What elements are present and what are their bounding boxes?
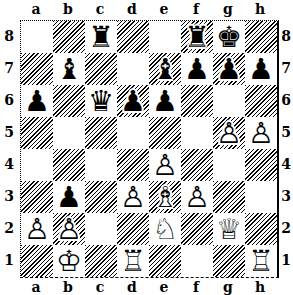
piece-white-pawn-fill: ♟ <box>181 181 213 213</box>
piece-white-pawn-fill: ♟ <box>149 149 181 181</box>
rank-label-6: 6 <box>279 84 293 116</box>
square-a1[interactable] <box>21 245 53 277</box>
square-h7[interactable]: ♟ <box>245 53 277 85</box>
piece-white-bishop-fill: ♝ <box>149 181 181 213</box>
rank-label-1: 1 <box>279 244 293 276</box>
square-g7[interactable]: ♟ <box>213 53 245 85</box>
square-d6[interactable]: ♟ <box>117 85 149 117</box>
rank-label-5: 5 <box>0 116 18 148</box>
file-label-f: f <box>180 278 212 295</box>
square-h5[interactable]: ♟♙ <box>245 117 277 149</box>
square-d8[interactable] <box>117 21 149 53</box>
file-label-g: g <box>212 278 244 295</box>
square-d2[interactable] <box>117 213 149 245</box>
file-label-h: h <box>244 278 276 295</box>
piece-white-pawn: ♙ <box>181 181 213 213</box>
square-c8[interactable]: ♜ <box>85 21 117 53</box>
square-c7[interactable] <box>85 53 117 85</box>
file-label-d: d <box>116 278 148 295</box>
piece-white-king-fill: ♚ <box>53 245 85 277</box>
square-c1[interactable] <box>85 245 117 277</box>
square-d5[interactable] <box>117 117 149 149</box>
square-c3[interactable] <box>85 181 117 213</box>
piece-white-knight-fill: ♞ <box>149 213 181 245</box>
square-a4[interactable] <box>21 149 53 181</box>
piece-white-rook-fill: ♜ <box>245 245 277 277</box>
rank-label-2: 2 <box>279 212 293 244</box>
square-d1[interactable]: ♜♖ <box>117 245 149 277</box>
square-d3[interactable]: ♟♙ <box>117 181 149 213</box>
file-labels-bottom: abcdefgh <box>20 278 276 295</box>
piece-white-pawn-fill: ♟ <box>117 181 149 213</box>
square-g6[interactable] <box>213 85 245 117</box>
piece-white-pawn: ♙ <box>117 181 149 213</box>
square-g5[interactable]: ♟♙ <box>213 117 245 149</box>
square-b2[interactable]: ♟♙ <box>53 213 85 245</box>
square-a5[interactable] <box>21 117 53 149</box>
piece-black-rook: ♜ <box>181 21 213 53</box>
square-f5[interactable] <box>181 117 213 149</box>
piece-white-bishop: ♗ <box>149 181 181 213</box>
square-h8[interactable] <box>245 21 277 53</box>
square-a7[interactable] <box>21 53 53 85</box>
piece-black-pawn: ♟ <box>213 53 245 85</box>
square-h6[interactable] <box>245 85 277 117</box>
piece-white-knight: ♘ <box>149 213 181 245</box>
piece-black-pawn: ♟ <box>149 85 181 117</box>
file-label-h: h <box>244 0 276 17</box>
square-g4[interactable] <box>213 149 245 181</box>
square-b7[interactable]: ♝ <box>53 53 85 85</box>
rank-label-6: 6 <box>0 84 18 116</box>
piece-white-pawn-fill: ♟ <box>21 213 53 245</box>
file-label-e: e <box>148 278 180 295</box>
square-e8[interactable] <box>149 21 181 53</box>
piece-white-pawn: ♙ <box>149 149 181 181</box>
rank-label-1: 1 <box>0 244 18 276</box>
rank-label-7: 7 <box>279 52 293 84</box>
file-label-b: b <box>52 278 84 295</box>
square-b1[interactable]: ♚♔ <box>53 245 85 277</box>
file-label-c: c <box>84 0 116 17</box>
file-label-e: e <box>148 0 180 17</box>
square-c2[interactable] <box>85 213 117 245</box>
square-f1[interactable] <box>181 245 213 277</box>
piece-black-king: ♚ <box>213 21 245 53</box>
square-b5[interactable] <box>53 117 85 149</box>
piece-white-pawn: ♙ <box>213 117 245 149</box>
file-label-d: d <box>116 0 148 17</box>
piece-black-pawn: ♟ <box>245 53 277 85</box>
square-c5[interactable] <box>85 117 117 149</box>
square-g8[interactable]: ♚ <box>213 21 245 53</box>
square-b3[interactable]: ♟ <box>53 181 85 213</box>
square-h4[interactable] <box>245 149 277 181</box>
piece-white-pawn: ♙ <box>245 117 277 149</box>
piece-white-rook: ♖ <box>245 245 277 277</box>
square-b8[interactable] <box>53 21 85 53</box>
file-label-g: g <box>212 0 244 17</box>
square-c6[interactable]: ♛ <box>85 85 117 117</box>
square-e1[interactable] <box>149 245 181 277</box>
square-e2[interactable]: ♞♘ <box>149 213 181 245</box>
square-b6[interactable] <box>53 85 85 117</box>
piece-black-pawn: ♟ <box>21 85 53 117</box>
piece-white-pawn-fill: ♟ <box>245 117 277 149</box>
square-h3[interactable] <box>245 181 277 213</box>
piece-white-pawn-fill: ♟ <box>53 213 85 245</box>
square-g3[interactable] <box>213 181 245 213</box>
piece-black-queen: ♛ <box>85 85 117 117</box>
square-e6[interactable]: ♟ <box>149 85 181 117</box>
square-f2[interactable] <box>181 213 213 245</box>
piece-white-queen-fill: ♛ <box>213 213 245 245</box>
square-d7[interactable] <box>117 53 149 85</box>
square-a3[interactable] <box>21 181 53 213</box>
chess-board: ♜♜♚♝♝♟♟♟♟♛♟♟♟♙♟♙♟♙♟♟♙♝♗♟♙♟♙♟♙♞♘♛♕♚♔♜♖♜♖ <box>20 20 279 278</box>
file-label-a: a <box>20 278 52 295</box>
file-label-b: b <box>52 0 84 17</box>
rank-label-5: 5 <box>279 116 293 148</box>
chess-diagram: abcdefgh 87654321 ♜♜♚♝♝♟♟♟♟♛♟♟♟♙♟♙♟♙♟♟♙♝… <box>0 0 293 295</box>
file-labels-top: abcdefgh <box>20 0 276 17</box>
square-a8[interactable] <box>21 21 53 53</box>
square-g1[interactable] <box>213 245 245 277</box>
rank-label-8: 8 <box>279 20 293 52</box>
square-c4[interactable] <box>85 149 117 181</box>
square-h2[interactable] <box>245 213 277 245</box>
piece-white-pawn: ♙ <box>21 213 53 245</box>
piece-black-bishop: ♝ <box>53 53 85 85</box>
piece-black-pawn: ♟ <box>53 181 85 213</box>
piece-white-pawn-fill: ♟ <box>213 117 245 149</box>
rank-label-8: 8 <box>0 20 18 52</box>
square-e4[interactable]: ♟♙ <box>149 149 181 181</box>
square-e5[interactable] <box>149 117 181 149</box>
rank-label-3: 3 <box>279 180 293 212</box>
square-g2[interactable]: ♛♕ <box>213 213 245 245</box>
piece-white-rook: ♖ <box>117 245 149 277</box>
rank-label-3: 3 <box>0 180 18 212</box>
square-f8[interactable]: ♜ <box>181 21 213 53</box>
rank-label-4: 4 <box>279 148 293 180</box>
piece-white-rook-fill: ♜ <box>117 245 149 277</box>
rank-labels-left: 87654321 <box>0 20 18 276</box>
square-f6[interactable] <box>181 85 213 117</box>
piece-white-king: ♔ <box>53 245 85 277</box>
file-label-c: c <box>84 278 116 295</box>
file-label-a: a <box>20 0 52 17</box>
rank-label-4: 4 <box>0 148 18 180</box>
square-f7[interactable]: ♟ <box>181 53 213 85</box>
piece-black-bishop: ♝ <box>149 53 181 85</box>
piece-black-rook: ♜ <box>85 21 117 53</box>
piece-black-pawn: ♟ <box>181 53 213 85</box>
square-e3[interactable]: ♝♗ <box>149 181 181 213</box>
square-b4[interactable] <box>53 149 85 181</box>
rank-label-2: 2 <box>0 212 18 244</box>
square-a6[interactable]: ♟ <box>21 85 53 117</box>
rank-label-7: 7 <box>0 52 18 84</box>
piece-black-pawn: ♟ <box>117 85 149 117</box>
square-e7[interactable]: ♝ <box>149 53 181 85</box>
piece-white-queen: ♕ <box>213 213 245 245</box>
square-f3[interactable]: ♟♙ <box>181 181 213 213</box>
rank-labels-right: 87654321 <box>279 20 293 276</box>
file-label-f: f <box>180 0 212 17</box>
square-a2[interactable]: ♟♙ <box>21 213 53 245</box>
square-d4[interactable] <box>117 149 149 181</box>
square-h1[interactable]: ♜♖ <box>245 245 277 277</box>
piece-white-pawn: ♙ <box>53 213 85 245</box>
square-f4[interactable] <box>181 149 213 181</box>
